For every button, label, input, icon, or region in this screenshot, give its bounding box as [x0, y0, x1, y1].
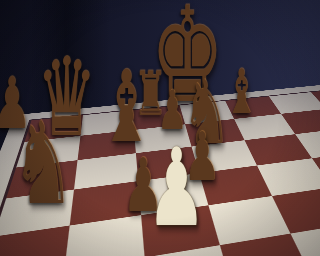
- chess-photo-scene: ♟♛♜♝♚♟♞♝♞♟♟♟: [0, 0, 320, 256]
